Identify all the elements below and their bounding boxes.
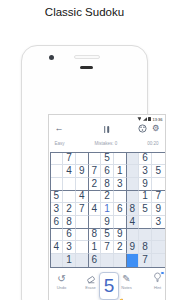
cell-r9c7[interactable] (127, 254, 140, 267)
difficulty-label: Easy (55, 141, 65, 146)
cell-r6c4[interactable] (89, 216, 102, 229)
cell-r2c6[interactable]: 1 (114, 165, 127, 178)
cell-r4c7[interactable] (127, 191, 140, 204)
selected-number-popup: 5 (99, 272, 119, 300)
cell-r1c1[interactable] (51, 153, 64, 166)
cell-r6c9[interactable]: 3 (152, 216, 165, 229)
cell-r3c2[interactable] (63, 178, 76, 191)
cell-r1c8[interactable]: 6 (139, 153, 152, 166)
cell-r6c2[interactable]: 8 (63, 216, 76, 229)
cell-r8c2[interactable]: 3 (63, 241, 76, 254)
cell-r2c4[interactable]: 7 (89, 165, 102, 178)
cell-r3c8[interactable]: 9 (139, 178, 152, 191)
speaker-grill (80, 66, 93, 69)
cell-r4c5[interactable]: 2 (101, 191, 114, 204)
signal-icon (143, 117, 147, 121)
cell-r7c5[interactable]: 5 (101, 229, 114, 242)
cell-r2c3[interactable]: 9 (76, 165, 89, 178)
phone-mockup: 13:36 ← ⚙ Easy Mistakes: 0 00:20 7564976… (21, 45, 148, 300)
cell-r9c9[interactable] (152, 254, 165, 267)
cell-r9c4[interactable]: 6 (89, 254, 102, 267)
cell-r2c5[interactable]: 6 (101, 165, 114, 178)
undo-icon: ↺ (53, 273, 71, 284)
cell-r5c5[interactable]: 1 (101, 203, 114, 216)
cell-r7c3[interactable] (76, 229, 89, 242)
cell-r1c7[interactable] (127, 153, 140, 166)
cell-r5c3[interactable]: 7 (76, 203, 89, 216)
cell-r9c3[interactable] (76, 254, 89, 267)
cell-r4c2[interactable] (63, 191, 76, 204)
cell-r4c1[interactable]: 5 (51, 191, 64, 204)
cell-r2c8[interactable]: 3 (139, 165, 152, 178)
cell-r9c8[interactable]: 7 (139, 254, 152, 267)
cell-r8c4[interactable]: 1 (89, 241, 102, 254)
status-time: 13:36 (152, 117, 162, 122)
cell-r8c5[interactable]: 7 (101, 241, 114, 254)
cell-r6c1[interactable]: 6 (51, 216, 64, 229)
hint-badge (160, 271, 165, 276)
cell-r4c6[interactable] (114, 191, 127, 204)
cell-r8c3[interactable] (76, 241, 89, 254)
cell-r1c3[interactable] (76, 153, 89, 166)
cell-r5c8[interactable]: 5 (139, 203, 152, 216)
cell-r8c9[interactable] (152, 241, 165, 254)
cell-r9c2[interactable]: 1 (63, 254, 76, 267)
cell-r5c4[interactable]: 4 (89, 203, 102, 216)
settings-gear-icon[interactable]: ⚙ (152, 124, 160, 133)
hint-button[interactable]: Hint (149, 273, 166, 290)
cell-r8c6[interactable]: 2 (114, 241, 127, 254)
battery-icon (148, 117, 151, 122)
cell-r8c8[interactable]: 8 (139, 241, 152, 254)
pause-button[interactable] (104, 126, 110, 133)
cell-r1c5[interactable]: 5 (101, 153, 114, 166)
palette-icon[interactable] (138, 124, 147, 133)
cell-r9c1[interactable] (51, 254, 64, 267)
cell-r2c9[interactable]: 5 (152, 165, 165, 178)
cell-r3c6[interactable]: 3 (114, 178, 127, 191)
cell-r5c1[interactable]: 3 (51, 203, 64, 216)
cell-r4c4[interactable] (89, 191, 102, 204)
cell-r7c4[interactable]: 8 (89, 229, 102, 242)
erase-button[interactable]: Erase (82, 273, 100, 290)
cell-r2c7[interactable] (127, 165, 140, 178)
game-info-row: Easy Mistakes: 0 00:20 (55, 141, 159, 146)
cell-r2c1[interactable] (51, 165, 64, 178)
status-bar: 13:36 (137, 116, 162, 122)
cell-r5c2[interactable]: 2 (63, 203, 76, 216)
speaker-slot (74, 55, 100, 59)
cell-r1c4[interactable] (89, 153, 102, 166)
cell-r3c3[interactable] (76, 178, 89, 191)
cell-r3c7[interactable] (127, 178, 140, 191)
cell-r3c5[interactable]: 8 (101, 178, 114, 191)
cell-r7c8[interactable] (139, 229, 152, 242)
mistakes-label: Mistakes: 0 (94, 141, 117, 146)
cell-r6c6[interactable] (114, 216, 127, 229)
cell-r3c1[interactable] (51, 178, 64, 191)
cell-r5c7[interactable]: 8 (127, 203, 140, 216)
app-screen: 13:36 ← ⚙ Easy Mistakes: 0 00:20 7564976… (48, 114, 166, 300)
cell-r7c9[interactable] (152, 229, 165, 242)
cell-r4c9[interactable]: 7 (152, 191, 165, 204)
cell-r7c1[interactable] (51, 229, 64, 242)
timer-label: 00:20 (147, 141, 158, 146)
pencil-icon: ✎ (118, 273, 136, 284)
cell-r9c5[interactable] (101, 254, 114, 267)
cell-r3c9[interactable] (152, 178, 165, 191)
sudoku-board[interactable]: 7564976135283954217327416859689436859431… (50, 152, 166, 268)
cell-r9c6[interactable] (114, 254, 127, 267)
undo-button[interactable]: ↺ Undo (53, 273, 71, 290)
cell-r1c9[interactable] (152, 153, 165, 166)
notes-button[interactable]: ✎ Notes (118, 273, 136, 290)
cell-r4c8[interactable]: 1 (139, 191, 152, 204)
cell-r6c7[interactable]: 4 (127, 216, 140, 229)
eraser-icon (82, 273, 100, 284)
cell-r5c9[interactable]: 9 (152, 203, 165, 216)
cell-r1c2[interactable]: 7 (63, 153, 76, 166)
cell-r1c6[interactable] (114, 153, 127, 166)
page-title: Classic Sudoku (0, 6, 169, 18)
camera-icon (49, 55, 54, 60)
cell-r8c7[interactable]: 9 (127, 241, 140, 254)
cell-r6c8[interactable] (139, 216, 152, 229)
cell-r6c5[interactable]: 9 (101, 216, 114, 229)
cell-r7c7[interactable] (127, 229, 140, 242)
back-button[interactable]: ← (55, 124, 64, 133)
cell-r7c6[interactable]: 9 (114, 229, 127, 242)
cell-r6c3[interactable] (76, 216, 89, 229)
cell-r2c2[interactable]: 4 (63, 165, 76, 178)
cell-r7c2[interactable]: 6 (63, 229, 76, 242)
cell-r4c3[interactable]: 4 (76, 191, 89, 204)
cell-r3c4[interactable]: 2 (89, 178, 102, 191)
wifi-icon (137, 117, 141, 121)
cell-r8c1[interactable]: 4 (51, 241, 64, 254)
cell-r5c6[interactable]: 6 (114, 203, 127, 216)
